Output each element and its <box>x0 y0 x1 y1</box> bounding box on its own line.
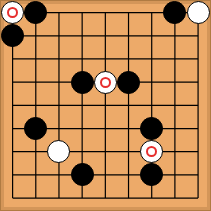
board-grid[interactable] <box>1 1 211 211</box>
stone-black <box>71 163 94 186</box>
circle-marker-icon <box>146 146 157 157</box>
stone-black <box>71 71 94 94</box>
go-board[interactable] <box>0 0 211 211</box>
stone-white <box>187 1 210 24</box>
stone-black <box>117 71 140 94</box>
circle-marker-icon <box>7 7 18 18</box>
stone-white <box>94 71 117 94</box>
circle-marker-icon <box>100 77 111 88</box>
